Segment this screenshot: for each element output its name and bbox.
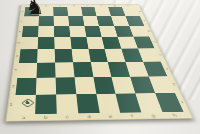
board-square bbox=[53, 7, 68, 16]
brand-logo-stamp: ♞ bbox=[20, 98, 33, 106]
coordinate-label: 3 bbox=[11, 63, 19, 78]
board-perspective-wrapper: abcdefgh abcdefgh 87654321 87654321 ♞ bbox=[0, 0, 200, 134]
coordinate-label: 6 bbox=[16, 26, 22, 37]
coordinate-label: 7 bbox=[18, 16, 24, 26]
coordinate-label: a bbox=[12, 114, 34, 121]
board-square bbox=[38, 26, 54, 37]
board-grid bbox=[13, 7, 183, 114]
knight-logo-icon: ♞ bbox=[20, 98, 33, 106]
board-square bbox=[69, 26, 86, 37]
coordinate-label: 1 bbox=[6, 95, 15, 114]
board-square bbox=[36, 63, 55, 78]
board-square bbox=[72, 62, 92, 77]
board-square bbox=[54, 49, 72, 63]
file-labels-bottom: abcdefgh bbox=[12, 112, 186, 122]
board-square bbox=[55, 94, 77, 114]
chess-board: abcdefgh abcdefgh 87654321 87654321 ♞ bbox=[5, 4, 193, 121]
coordinate-label: f bbox=[120, 112, 143, 119]
board-square bbox=[67, 7, 82, 16]
board-square bbox=[37, 37, 54, 49]
coordinate-label: 2 bbox=[8, 78, 16, 95]
board-square bbox=[19, 49, 38, 63]
board-square bbox=[55, 77, 76, 94]
board-square bbox=[20, 37, 37, 49]
board-square bbox=[35, 78, 55, 95]
coordinate-label: g bbox=[141, 112, 165, 119]
coordinate-label: h bbox=[162, 112, 186, 119]
coordinate-label: d bbox=[77, 113, 100, 120]
coordinate-label: c bbox=[56, 113, 78, 120]
board-square bbox=[74, 77, 96, 94]
coordinate-label: 4 bbox=[13, 49, 20, 63]
photo-scene: abcdefgh abcdefgh 87654321 87654321 ♞ ♞ bbox=[0, 0, 200, 134]
board-square bbox=[76, 94, 99, 113]
board-square bbox=[15, 78, 36, 95]
board-square bbox=[68, 16, 84, 26]
board-square bbox=[17, 63, 37, 78]
coordinate-label: e bbox=[99, 113, 122, 120]
board-square bbox=[53, 26, 69, 37]
board-square bbox=[21, 26, 38, 37]
coordinate-label: 8 bbox=[19, 7, 25, 16]
board-square bbox=[70, 37, 88, 49]
board-square bbox=[53, 16, 69, 26]
coordinate-label: b bbox=[34, 114, 56, 121]
board-square bbox=[37, 49, 55, 63]
board-square bbox=[71, 49, 90, 63]
board-square bbox=[34, 94, 56, 114]
board-square bbox=[54, 62, 73, 77]
board-square bbox=[54, 37, 71, 49]
coordinate-label: 5 bbox=[15, 37, 22, 49]
black-knight-piece: ♞ bbox=[26, 0, 42, 17]
